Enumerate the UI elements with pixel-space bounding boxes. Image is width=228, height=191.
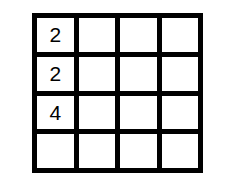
- grid-cell-r4c3[interactable]: [120, 134, 157, 168]
- grid-cell-r2c3[interactable]: [120, 57, 157, 91]
- grid-cell-r1c4[interactable]: [162, 18, 199, 52]
- grid-cell-r3c1[interactable]: 4: [37, 96, 74, 130]
- puzzle-board: 224: [32, 13, 203, 173]
- grid-cell-r4c4[interactable]: [162, 134, 199, 168]
- grid-cell-r3c2[interactable]: [79, 96, 116, 130]
- puzzle-canvas: 224: [0, 0, 228, 191]
- grid-cell-r1c3[interactable]: [120, 18, 157, 52]
- grid-cell-r1c2[interactable]: [79, 18, 116, 52]
- grid-cell-r3c4[interactable]: [162, 96, 199, 130]
- grid-cell-r2c2[interactable]: [79, 57, 116, 91]
- grid-cell-r3c3[interactable]: [120, 96, 157, 130]
- grid-cell-r4c2[interactable]: [79, 134, 116, 168]
- grid-cell-r2c4[interactable]: [162, 57, 199, 91]
- grid-cell-r4c1[interactable]: [37, 134, 74, 168]
- grid-cell-r1c1[interactable]: 2: [37, 18, 74, 52]
- grid-cell-r2c1[interactable]: 2: [37, 57, 74, 91]
